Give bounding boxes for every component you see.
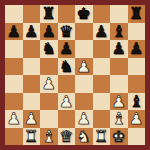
piece-white-pawn[interactable]: ♟ xyxy=(7,110,21,128)
square-c8[interactable]: ♜ xyxy=(40,5,58,23)
square-f6[interactable] xyxy=(93,40,111,58)
piece-black-pawn[interactable]: ♟ xyxy=(112,40,126,58)
square-g2[interactable]: ♝ xyxy=(110,110,128,128)
square-h7[interactable] xyxy=(128,23,146,41)
square-h8[interactable]: ♜ xyxy=(128,5,146,23)
piece-white-bishop[interactable]: ♝ xyxy=(112,110,126,128)
piece-white-bishop[interactable]: ♝ xyxy=(42,128,56,146)
square-a4[interactable] xyxy=(5,75,23,93)
square-h6[interactable]: ♟ xyxy=(128,40,146,58)
square-f3[interactable] xyxy=(93,93,111,111)
piece-white-rook[interactable]: ♜ xyxy=(24,128,38,146)
square-h1[interactable] xyxy=(128,128,146,146)
piece-black-bishop[interactable]: ♝ xyxy=(112,23,126,41)
piece-black-rook[interactable]: ♜ xyxy=(42,5,56,23)
square-g3[interactable]: ♟ xyxy=(110,93,128,111)
square-h5[interactable] xyxy=(128,58,146,76)
square-e7[interactable] xyxy=(75,23,93,41)
square-a3[interactable] xyxy=(5,93,23,111)
square-a5[interactable] xyxy=(5,58,23,76)
piece-white-pawn[interactable]: ♟ xyxy=(77,58,91,76)
square-b1[interactable]: ♜ xyxy=(23,128,41,146)
square-e4[interactable] xyxy=(75,75,93,93)
piece-white-rook[interactable]: ♜ xyxy=(94,128,108,146)
square-e3[interactable] xyxy=(75,93,93,111)
square-d4[interactable] xyxy=(58,75,76,93)
square-g6[interactable]: ♟ xyxy=(110,40,128,58)
piece-black-pawn[interactable]: ♟ xyxy=(7,23,21,41)
piece-white-pawn[interactable]: ♟ xyxy=(24,110,38,128)
piece-black-rook[interactable]: ♜ xyxy=(129,5,143,23)
square-c3[interactable] xyxy=(40,93,58,111)
square-a2[interactable]: ♟ xyxy=(5,110,23,128)
square-g5[interactable] xyxy=(110,58,128,76)
square-f1[interactable]: ♜ xyxy=(93,128,111,146)
square-d8[interactable] xyxy=(58,5,76,23)
piece-black-bishop[interactable]: ♝ xyxy=(129,93,143,111)
square-c4[interactable]: ♟ xyxy=(40,75,58,93)
square-a1[interactable] xyxy=(5,128,23,146)
chess-diagram: ♜♚♜♟♟♟♛♟♝♞♟♟♟♞♟♟♟♟♝♟♟♟♝♟♜♝♛♞♜♚ xyxy=(0,0,150,150)
piece-black-queen[interactable]: ♛ xyxy=(59,23,73,41)
piece-black-pawn[interactable]: ♟ xyxy=(42,23,56,41)
square-h2[interactable]: ♟ xyxy=(128,110,146,128)
square-b6[interactable] xyxy=(23,40,41,58)
square-a7[interactable]: ♟ xyxy=(5,23,23,41)
piece-white-queen[interactable]: ♛ xyxy=(59,128,73,146)
square-a6[interactable] xyxy=(5,40,23,58)
square-b7[interactable]: ♟ xyxy=(23,23,41,41)
square-c6[interactable]: ♞ xyxy=(40,40,58,58)
square-g8[interactable] xyxy=(110,5,128,23)
square-b5[interactable] xyxy=(23,58,41,76)
square-d3[interactable]: ♟ xyxy=(58,93,76,111)
piece-white-pawn[interactable]: ♟ xyxy=(129,110,143,128)
piece-black-pawn[interactable]: ♟ xyxy=(129,40,143,58)
piece-white-pawn[interactable]: ♟ xyxy=(42,75,56,93)
piece-black-knight[interactable]: ♞ xyxy=(59,58,73,76)
square-c5[interactable] xyxy=(40,58,58,76)
square-a8[interactable] xyxy=(5,5,23,23)
square-d1[interactable]: ♛ xyxy=(58,128,76,146)
square-c2[interactable] xyxy=(40,110,58,128)
square-f8[interactable] xyxy=(93,5,111,23)
square-g4[interactable] xyxy=(110,75,128,93)
square-c1[interactable]: ♝ xyxy=(40,128,58,146)
piece-black-king[interactable]: ♚ xyxy=(77,5,91,23)
square-e8[interactable]: ♚ xyxy=(75,5,93,23)
piece-white-king[interactable]: ♚ xyxy=(112,128,126,146)
square-d5[interactable]: ♞ xyxy=(58,58,76,76)
square-b8[interactable] xyxy=(23,5,41,23)
square-e6[interactable] xyxy=(75,40,93,58)
piece-white-knight[interactable]: ♞ xyxy=(77,128,91,146)
square-d7[interactable]: ♛ xyxy=(58,23,76,41)
square-g7[interactable]: ♝ xyxy=(110,23,128,41)
square-f5[interactable] xyxy=(93,58,111,76)
square-e2[interactable]: ♟ xyxy=(75,110,93,128)
square-b2[interactable]: ♟ xyxy=(23,110,41,128)
piece-white-pawn[interactable]: ♟ xyxy=(112,93,126,111)
chess-board: ♜♚♜♟♟♟♛♟♝♞♟♟♟♞♟♟♟♟♝♟♟♟♝♟♜♝♛♞♜♚ xyxy=(0,0,150,150)
square-e5[interactable]: ♟ xyxy=(75,58,93,76)
square-d6[interactable]: ♟ xyxy=(58,40,76,58)
piece-black-knight[interactable]: ♞ xyxy=(42,40,56,58)
square-f7[interactable]: ♟ xyxy=(93,23,111,41)
square-h3[interactable]: ♝ xyxy=(128,93,146,111)
piece-white-pawn[interactable]: ♟ xyxy=(59,93,73,111)
piece-black-pawn[interactable]: ♟ xyxy=(94,23,108,41)
square-g1[interactable]: ♚ xyxy=(110,128,128,146)
square-c7[interactable]: ♟ xyxy=(40,23,58,41)
square-h4[interactable] xyxy=(128,75,146,93)
piece-black-pawn[interactable]: ♟ xyxy=(24,23,38,41)
piece-white-pawn[interactable]: ♟ xyxy=(77,110,91,128)
square-b3[interactable] xyxy=(23,93,41,111)
square-e1[interactable]: ♞ xyxy=(75,128,93,146)
square-b4[interactable] xyxy=(23,75,41,93)
piece-black-pawn[interactable]: ♟ xyxy=(59,40,73,58)
square-f2[interactable] xyxy=(93,110,111,128)
square-d2[interactable] xyxy=(58,110,76,128)
square-f4[interactable] xyxy=(93,75,111,93)
